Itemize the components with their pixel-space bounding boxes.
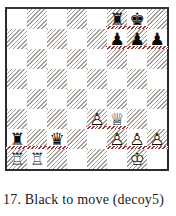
square-c4[interactable]: [47, 89, 67, 109]
chess-board-frame: ♜♚♟♟♟♟♙♛♕♜♛♟♙♟♙♟♙♜♖♜♖♚♔: [5, 7, 169, 171]
square-h3[interactable]: [147, 109, 167, 129]
square-h2[interactable]: ♟♙: [147, 129, 167, 149]
square-h8[interactable]: [147, 9, 167, 29]
square-a7[interactable]: [7, 29, 27, 49]
square-h7[interactable]: ♟: [147, 29, 167, 49]
square-g5[interactable]: [127, 69, 147, 89]
square-c8[interactable]: [47, 9, 67, 29]
black-pawn-h7: ♟: [147, 29, 167, 49]
diagram-caption: 17. Black to move (decoy5): [3, 192, 164, 208]
square-a8[interactable]: [7, 9, 27, 29]
white-pawn-e3: ♟♙: [87, 109, 107, 129]
white-rook-a1: ♜♖: [7, 149, 27, 169]
square-b8[interactable]: [27, 9, 47, 29]
square-f1[interactable]: [107, 149, 127, 169]
square-h1[interactable]: [147, 149, 167, 169]
square-g8[interactable]: ♚: [127, 9, 147, 29]
square-f8[interactable]: ♜: [107, 9, 127, 29]
square-b6[interactable]: [27, 49, 47, 69]
square-f3[interactable]: ♛♕: [107, 109, 127, 129]
white-pawn-g2: ♟♙: [127, 129, 147, 149]
square-a5[interactable]: [7, 69, 27, 89]
square-f5[interactable]: [107, 69, 127, 89]
black-pawn-f7: ♟: [107, 29, 127, 49]
square-f2[interactable]: ♟♙: [107, 129, 127, 149]
square-a4[interactable]: [7, 89, 27, 109]
square-c3[interactable]: [47, 109, 67, 129]
square-e5[interactable]: [87, 69, 107, 89]
square-e1[interactable]: [87, 149, 107, 169]
square-a3[interactable]: [7, 109, 27, 129]
square-f6[interactable]: [107, 49, 127, 69]
square-a2[interactable]: ♜: [7, 129, 27, 149]
square-e3[interactable]: ♟♙: [87, 109, 107, 129]
square-f4[interactable]: [107, 89, 127, 109]
black-rook-a2: ♜: [7, 129, 27, 149]
square-a1[interactable]: ♜♖: [7, 149, 27, 169]
square-d2[interactable]: [67, 129, 87, 149]
square-b7[interactable]: [27, 29, 47, 49]
square-c7[interactable]: [47, 29, 67, 49]
chess-board: ♜♚♟♟♟♟♙♛♕♜♛♟♙♟♙♟♙♜♖♜♖♚♔: [7, 9, 167, 169]
black-king-g8: ♚: [127, 9, 147, 29]
square-h6[interactable]: [147, 49, 167, 69]
square-e7[interactable]: [87, 29, 107, 49]
square-a6[interactable]: [7, 49, 27, 69]
square-f7[interactable]: ♟: [107, 29, 127, 49]
square-c5[interactable]: [47, 69, 67, 89]
square-h5[interactable]: [147, 69, 167, 89]
black-pawn-g7: ♟: [127, 29, 147, 49]
square-g1[interactable]: ♚♔: [127, 149, 147, 169]
white-pawn-h2: ♟♙: [147, 129, 167, 149]
square-d7[interactable]: [67, 29, 87, 49]
square-e8[interactable]: [87, 9, 107, 29]
square-g3[interactable]: [127, 109, 147, 129]
square-d4[interactable]: [67, 89, 87, 109]
square-g6[interactable]: [127, 49, 147, 69]
square-b4[interactable]: [27, 89, 47, 109]
square-b1[interactable]: ♜♖: [27, 149, 47, 169]
square-b5[interactable]: [27, 69, 47, 89]
square-e6[interactable]: [87, 49, 107, 69]
white-queen-f3: ♛♕: [107, 109, 127, 129]
black-rook-f8: ♜: [107, 9, 127, 29]
square-g2[interactable]: ♟♙: [127, 129, 147, 149]
square-d5[interactable]: [67, 69, 87, 89]
square-g7[interactable]: ♟: [127, 29, 147, 49]
square-h4[interactable]: [147, 89, 167, 109]
square-e2[interactable]: [87, 129, 107, 149]
square-c6[interactable]: [47, 49, 67, 69]
black-queen-c2: ♛: [47, 129, 67, 149]
square-b3[interactable]: [27, 109, 47, 129]
square-d6[interactable]: [67, 49, 87, 69]
square-d8[interactable]: [67, 9, 87, 29]
white-rook-b1: ♜♖: [27, 149, 47, 169]
square-c1[interactable]: [47, 149, 67, 169]
square-b2[interactable]: [27, 129, 47, 149]
square-e4[interactable]: [87, 89, 107, 109]
square-d3[interactable]: [67, 109, 87, 129]
square-d1[interactable]: [67, 149, 87, 169]
white-king-g1: ♚♔: [127, 149, 147, 169]
white-pawn-f2: ♟♙: [107, 129, 127, 149]
square-g4[interactable]: [127, 89, 147, 109]
square-c2[interactable]: ♛: [47, 129, 67, 149]
